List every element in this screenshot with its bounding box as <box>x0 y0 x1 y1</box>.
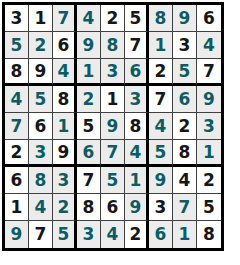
cell-r2c4[interactable]: 9 <box>77 32 101 59</box>
cell-r9c7[interactable]: 6 <box>149 221 173 248</box>
cell-r5c6[interactable]: 8 <box>125 113 149 140</box>
cell-r1c2[interactable]: 1 <box>29 5 53 32</box>
cell-r3c1[interactable]: 8 <box>5 59 29 86</box>
cell-r1c7[interactable]: 8 <box>149 5 173 32</box>
cell-r8c8[interactable]: 7 <box>173 194 197 221</box>
cell-r8c5[interactable]: 6 <box>101 194 125 221</box>
cell-r4c2[interactable]: 5 <box>29 86 53 113</box>
cell-r9c8[interactable]: 1 <box>173 221 197 248</box>
cell-r2c9[interactable]: 4 <box>197 32 221 59</box>
cell-r3c6[interactable]: 6 <box>125 59 149 86</box>
cell-r2c6[interactable]: 7 <box>125 32 149 59</box>
cell-r5c9[interactable]: 3 <box>197 113 221 140</box>
cell-r8c1[interactable]: 1 <box>5 194 29 221</box>
cell-r4c4[interactable]: 2 <box>77 86 101 113</box>
cell-r8c2[interactable]: 4 <box>29 194 53 221</box>
cell-r7c1[interactable]: 6 <box>5 167 29 194</box>
cell-r4c1[interactable]: 4 <box>5 86 29 113</box>
cell-r5c2[interactable]: 6 <box>29 113 53 140</box>
cell-r2c7[interactable]: 1 <box>149 32 173 59</box>
cell-r4c7[interactable]: 7 <box>149 86 173 113</box>
cell-r1c3[interactable]: 7 <box>53 5 77 32</box>
cell-r1c6[interactable]: 5 <box>125 5 149 32</box>
cell-r3c9[interactable]: 7 <box>197 59 221 86</box>
cell-r6c6[interactable]: 4 <box>125 140 149 167</box>
cell-r7c7[interactable]: 9 <box>149 167 173 194</box>
cell-r7c8[interactable]: 4 <box>173 167 197 194</box>
cell-r8c6[interactable]: 9 <box>125 194 149 221</box>
cell-r9c6[interactable]: 2 <box>125 221 149 248</box>
cell-r4c5[interactable]: 1 <box>101 86 125 113</box>
cell-r2c3[interactable]: 6 <box>53 32 77 59</box>
cell-r6c7[interactable]: 5 <box>149 140 173 167</box>
cell-r5c1[interactable]: 7 <box>5 113 29 140</box>
cell-r5c5[interactable]: 9 <box>101 113 125 140</box>
cell-r6c5[interactable]: 7 <box>101 140 125 167</box>
cell-r7c6[interactable]: 1 <box>125 167 149 194</box>
cell-r6c8[interactable]: 8 <box>173 140 197 167</box>
cell-r6c4[interactable]: 6 <box>77 140 101 167</box>
cell-r1c4[interactable]: 4 <box>77 5 101 32</box>
cell-r6c1[interactable]: 2 <box>5 140 29 167</box>
cell-r4c9[interactable]: 9 <box>197 86 221 113</box>
cell-r3c2[interactable]: 9 <box>29 59 53 86</box>
sudoku-board: 3174258965269871348941362574582137697615… <box>2 2 224 251</box>
cell-r7c4[interactable]: 7 <box>77 167 101 194</box>
cell-r3c4[interactable]: 1 <box>77 59 101 86</box>
cell-r9c3[interactable]: 5 <box>53 221 77 248</box>
cell-r3c5[interactable]: 3 <box>101 59 125 86</box>
cell-r8c7[interactable]: 3 <box>149 194 173 221</box>
cell-r9c4[interactable]: 3 <box>77 221 101 248</box>
cell-r2c1[interactable]: 5 <box>5 32 29 59</box>
cell-r5c3[interactable]: 1 <box>53 113 77 140</box>
cell-r2c5[interactable]: 8 <box>101 32 125 59</box>
cell-r6c3[interactable]: 9 <box>53 140 77 167</box>
cell-r5c7[interactable]: 4 <box>149 113 173 140</box>
cell-r8c9[interactable]: 5 <box>197 194 221 221</box>
cell-r4c3[interactable]: 8 <box>53 86 77 113</box>
cell-r1c8[interactable]: 9 <box>173 5 197 32</box>
cell-r1c1[interactable]: 3 <box>5 5 29 32</box>
cell-r9c2[interactable]: 7 <box>29 221 53 248</box>
cell-r8c4[interactable]: 8 <box>77 194 101 221</box>
cell-r3c7[interactable]: 2 <box>149 59 173 86</box>
cell-r3c3[interactable]: 4 <box>53 59 77 86</box>
cell-r2c2[interactable]: 2 <box>29 32 53 59</box>
cell-r1c5[interactable]: 2 <box>101 5 125 32</box>
cell-r2c8[interactable]: 3 <box>173 32 197 59</box>
cell-r9c5[interactable]: 4 <box>101 221 125 248</box>
cell-r8c3[interactable]: 2 <box>53 194 77 221</box>
cell-r7c3[interactable]: 3 <box>53 167 77 194</box>
cell-r6c9[interactable]: 1 <box>197 140 221 167</box>
cell-r4c8[interactable]: 6 <box>173 86 197 113</box>
cell-r7c2[interactable]: 8 <box>29 167 53 194</box>
cell-r5c4[interactable]: 5 <box>77 113 101 140</box>
cell-r3c8[interactable]: 5 <box>173 59 197 86</box>
cell-r7c9[interactable]: 2 <box>197 167 221 194</box>
cell-r9c9[interactable]: 8 <box>197 221 221 248</box>
cell-r7c5[interactable]: 5 <box>101 167 125 194</box>
cell-r4c6[interactable]: 3 <box>125 86 149 113</box>
cell-r6c2[interactable]: 3 <box>29 140 53 167</box>
cell-r9c1[interactable]: 9 <box>5 221 29 248</box>
cell-r1c9[interactable]: 6 <box>197 5 221 32</box>
cell-r5c8[interactable]: 2 <box>173 113 197 140</box>
